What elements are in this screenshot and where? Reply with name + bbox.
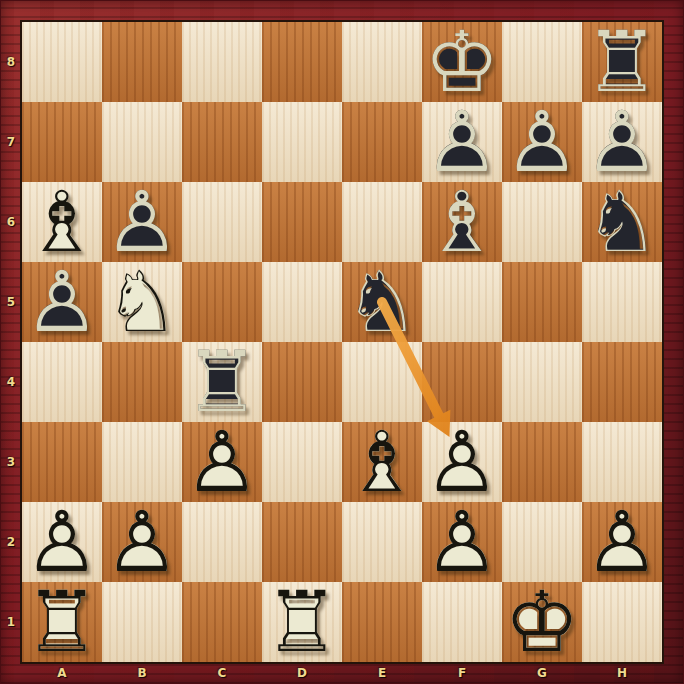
white-bishop-outline-icon: ♗ (342, 422, 422, 502)
piece-black-knight-e5[interactable]: ♞♘ (342, 262, 422, 342)
square-g3[interactable] (502, 422, 582, 502)
square-e2[interactable] (342, 502, 422, 582)
black-knight-outline-icon: ♘ (582, 182, 662, 262)
file-label-D: D (297, 666, 307, 680)
square-c7[interactable] (182, 102, 262, 182)
piece-white-rook-a1[interactable]: ♜♖ (22, 582, 102, 662)
white-king-outline-icon: ♔ (502, 582, 582, 662)
black-pawn-outline-icon: ♙ (422, 102, 502, 182)
file-label-F: F (458, 666, 466, 680)
square-g5[interactable] (502, 262, 582, 342)
square-c3[interactable]: ♟♙ (182, 422, 262, 502)
square-d1[interactable]: ♜♖ (262, 582, 342, 662)
square-g2[interactable] (502, 502, 582, 582)
white-rook-outline-icon: ♖ (22, 582, 102, 662)
square-f6[interactable]: ♝♗ (422, 182, 502, 262)
square-f4[interactable] (422, 342, 502, 422)
square-f2[interactable]: ♟♙ (422, 502, 502, 582)
piece-white-pawn-c3[interactable]: ♟♙ (182, 422, 262, 502)
square-b6[interactable]: ♟♙ (102, 182, 182, 262)
square-c1[interactable] (182, 582, 262, 662)
square-b3[interactable] (102, 422, 182, 502)
square-h3[interactable] (582, 422, 662, 502)
square-g6[interactable] (502, 182, 582, 262)
square-h8[interactable]: ♜♖ (582, 22, 662, 102)
black-pawn-outline-icon: ♙ (102, 182, 182, 262)
square-h4[interactable] (582, 342, 662, 422)
piece-black-pawn-g7[interactable]: ♟♙ (502, 102, 582, 182)
piece-white-pawn-f3[interactable]: ♟♙ (422, 422, 502, 502)
square-e5[interactable]: ♞♘ (342, 262, 422, 342)
piece-white-pawn-h2[interactable]: ♟♙ (582, 502, 662, 582)
piece-black-rook-c4[interactable]: ♜♖ (182, 342, 262, 422)
square-e8[interactable] (342, 22, 422, 102)
piece-white-rook-d1[interactable]: ♜♖ (262, 582, 342, 662)
white-pawn-outline-icon: ♙ (102, 502, 182, 582)
piece-white-knight-b5[interactable]: ♞♘ (102, 262, 182, 342)
square-d8[interactable] (262, 22, 342, 102)
file-label-E: E (378, 666, 386, 680)
white-knight-outline-icon: ♘ (102, 262, 182, 342)
square-c2[interactable] (182, 502, 262, 582)
piece-black-rook-h8[interactable]: ♜♖ (582, 22, 662, 102)
square-b7[interactable] (102, 102, 182, 182)
square-d2[interactable] (262, 502, 342, 582)
file-label-A: A (57, 666, 66, 680)
rank-label-7: 7 (7, 135, 15, 149)
square-a6[interactable]: ♝♗ (22, 182, 102, 262)
square-f3[interactable]: ♟♙ (422, 422, 502, 502)
square-g4[interactable] (502, 342, 582, 422)
square-b2[interactable]: ♟♙ (102, 502, 182, 582)
white-pawn-outline-icon: ♙ (422, 422, 502, 502)
piece-white-pawn-a2[interactable]: ♟♙ (22, 502, 102, 582)
square-e6[interactable] (342, 182, 422, 262)
square-f1[interactable] (422, 582, 502, 662)
square-f7[interactable]: ♟♙ (422, 102, 502, 182)
rank-label-8: 8 (7, 55, 15, 69)
black-rook-outline-icon: ♖ (182, 342, 262, 422)
square-a3[interactable] (22, 422, 102, 502)
piece-black-knight-h6[interactable]: ♞♘ (582, 182, 662, 262)
square-b1[interactable] (102, 582, 182, 662)
square-g1[interactable]: ♚♔ (502, 582, 582, 662)
square-g8[interactable] (502, 22, 582, 102)
square-a4[interactable] (22, 342, 102, 422)
file-label-G: G (537, 666, 547, 680)
square-d7[interactable] (262, 102, 342, 182)
square-a2[interactable]: ♟♙ (22, 502, 102, 582)
rank-label-3: 3 (7, 455, 15, 469)
piece-black-bishop-f6[interactable]: ♝♗ (422, 182, 502, 262)
square-b4[interactable] (102, 342, 182, 422)
square-a8[interactable] (22, 22, 102, 102)
square-e7[interactable] (342, 102, 422, 182)
rank-label-1: 1 (7, 615, 15, 629)
piece-white-king-g1[interactable]: ♚♔ (502, 582, 582, 662)
chessboard-frame: ♚♔♜♖♟♙♟♙♟♙♝♗♟♙♝♗♞♘♟♙♞♘♞♘♜♖♟♙♝♗♟♙♟♙♟♙♟♙♟♙… (0, 0, 684, 684)
square-d4[interactable] (262, 342, 342, 422)
rank-label-4: 4 (7, 375, 15, 389)
piece-black-pawn-a5[interactable]: ♟♙ (22, 262, 102, 342)
black-rook-outline-icon: ♖ (582, 22, 662, 102)
piece-black-king-f8[interactable]: ♚♔ (422, 22, 502, 102)
chess-board: ♚♔♜♖♟♙♟♙♟♙♝♗♟♙♝♗♞♘♟♙♞♘♞♘♜♖♟♙♝♗♟♙♟♙♟♙♟♙♟♙… (22, 22, 662, 662)
white-pawn-outline-icon: ♙ (182, 422, 262, 502)
file-labels: ABCDEFGH (22, 662, 662, 684)
file-label-H: H (617, 666, 627, 680)
piece-white-bishop-a6[interactable]: ♝♗ (22, 182, 102, 262)
square-c4[interactable]: ♜♖ (182, 342, 262, 422)
white-pawn-outline-icon: ♙ (582, 502, 662, 582)
file-label-C: C (218, 666, 227, 680)
square-b5[interactable]: ♞♘ (102, 262, 182, 342)
black-pawn-outline-icon: ♙ (22, 262, 102, 342)
white-rook-outline-icon: ♖ (262, 582, 342, 662)
square-c8[interactable] (182, 22, 262, 102)
piece-white-pawn-b2[interactable]: ♟♙ (102, 502, 182, 582)
square-h7[interactable]: ♟♙ (582, 102, 662, 182)
file-label-B: B (137, 666, 146, 680)
piece-black-pawn-h7[interactable]: ♟♙ (582, 102, 662, 182)
square-c6[interactable] (182, 182, 262, 262)
square-d3[interactable] (262, 422, 342, 502)
square-e1[interactable] (342, 582, 422, 662)
square-f8[interactable]: ♚♔ (422, 22, 502, 102)
square-e3[interactable]: ♝♗ (342, 422, 422, 502)
square-a5[interactable]: ♟♙ (22, 262, 102, 342)
piece-white-bishop-e3[interactable]: ♝♗ (342, 422, 422, 502)
black-bishop-outline-icon: ♗ (422, 182, 502, 262)
black-king-outline-icon: ♔ (422, 22, 502, 102)
piece-black-pawn-b6[interactable]: ♟♙ (102, 182, 182, 262)
rank-label-5: 5 (7, 295, 15, 309)
rank-labels: 87654321 (0, 22, 22, 662)
rank-label-6: 6 (7, 215, 15, 229)
square-b8[interactable] (102, 22, 182, 102)
square-d5[interactable] (262, 262, 342, 342)
square-g7[interactable]: ♟♙ (502, 102, 582, 182)
square-c5[interactable] (182, 262, 262, 342)
square-h6[interactable]: ♞♘ (582, 182, 662, 262)
black-pawn-outline-icon: ♙ (582, 102, 662, 182)
black-pawn-outline-icon: ♙ (502, 102, 582, 182)
black-knight-outline-icon: ♘ (342, 262, 422, 342)
square-d6[interactable] (262, 182, 342, 262)
square-f5[interactable] (422, 262, 502, 342)
piece-black-pawn-f7[interactable]: ♟♙ (422, 102, 502, 182)
square-a7[interactable] (22, 102, 102, 182)
square-h1[interactable] (582, 582, 662, 662)
white-bishop-outline-icon: ♗ (22, 182, 102, 262)
rank-label-2: 2 (7, 535, 15, 549)
white-pawn-outline-icon: ♙ (422, 502, 502, 582)
white-pawn-outline-icon: ♙ (22, 502, 102, 582)
square-h2[interactable]: ♟♙ (582, 502, 662, 582)
piece-white-pawn-f2[interactable]: ♟♙ (422, 502, 502, 582)
square-e4[interactable] (342, 342, 422, 422)
square-h5[interactable] (582, 262, 662, 342)
square-a1[interactable]: ♜♖ (22, 582, 102, 662)
